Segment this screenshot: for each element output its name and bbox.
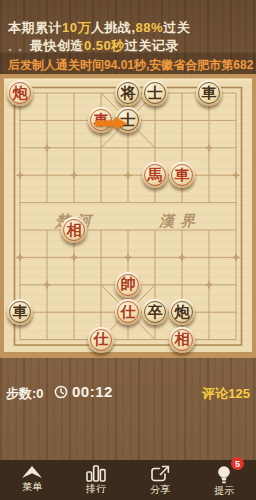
hint-badge: 5 bbox=[231, 457, 244, 470]
share-icon bbox=[150, 465, 170, 483]
ranking-icon bbox=[86, 465, 106, 482]
stats-mid: 人挑战, bbox=[91, 20, 136, 35]
hint-bulb-icon bbox=[215, 465, 233, 484]
bottom-nav: 菜单 排行 分享 提示 5 bbox=[0, 460, 256, 500]
nav-item-ranking[interactable]: 排行 bbox=[64, 460, 128, 500]
nav-item-hint[interactable]: 提示 5 bbox=[192, 460, 256, 500]
record-suffix: 过关记录 bbox=[125, 38, 179, 53]
stats-challengers: 10万 bbox=[62, 20, 91, 35]
record-prefix: 最快创造 bbox=[30, 38, 84, 53]
stats-prefix: 本期累计 bbox=[8, 20, 62, 35]
last-move-arrow bbox=[0, 74, 256, 358]
nav-item-share[interactable]: 分享 bbox=[128, 460, 192, 500]
clock-icon bbox=[54, 385, 68, 399]
marquee-dots: 。。 bbox=[8, 42, 28, 52]
menu-up-icon bbox=[21, 465, 43, 480]
timer-value: 00:12 bbox=[72, 383, 113, 400]
nav-label-hint: 提示 bbox=[214, 486, 234, 496]
nav-item-menu[interactable]: 菜单 bbox=[0, 460, 64, 500]
comments-link[interactable]: 评论125 bbox=[202, 385, 250, 403]
banner-line: 后发制人通关时间94.01秒,安徽省合肥市第682 bbox=[8, 57, 253, 74]
nav-label-menu: 菜单 bbox=[22, 482, 42, 492]
nav-label-hint-share: 分享 bbox=[150, 485, 170, 495]
record-line: 。。最快创造0.50秒过关记录 bbox=[8, 37, 179, 55]
status-bar: 步数:0 00:12 评论125 bbox=[0, 382, 256, 402]
app-screen: 本期累计10万人挑战,88%过关 。。最快创造0.50秒过关记录 后发制人通关时… bbox=[0, 0, 256, 500]
stats-line: 本期累计10万人挑战,88%过关 bbox=[8, 19, 190, 37]
xiangqi-board[interactable]: 楚河 漢界 炮将士車車士馬車相帥車仕卒炮仕相 bbox=[0, 74, 256, 358]
stats-suffix: 过关 bbox=[163, 20, 190, 35]
steps-label: 步数: bbox=[6, 386, 36, 401]
steps-counter: 步数:0 bbox=[6, 385, 44, 403]
stats-pass-rate: 88% bbox=[136, 20, 164, 35]
record-fastest: 0.50秒 bbox=[84, 38, 125, 53]
steps-value: 0 bbox=[36, 386, 43, 401]
nav-label-ranking: 排行 bbox=[86, 484, 106, 494]
